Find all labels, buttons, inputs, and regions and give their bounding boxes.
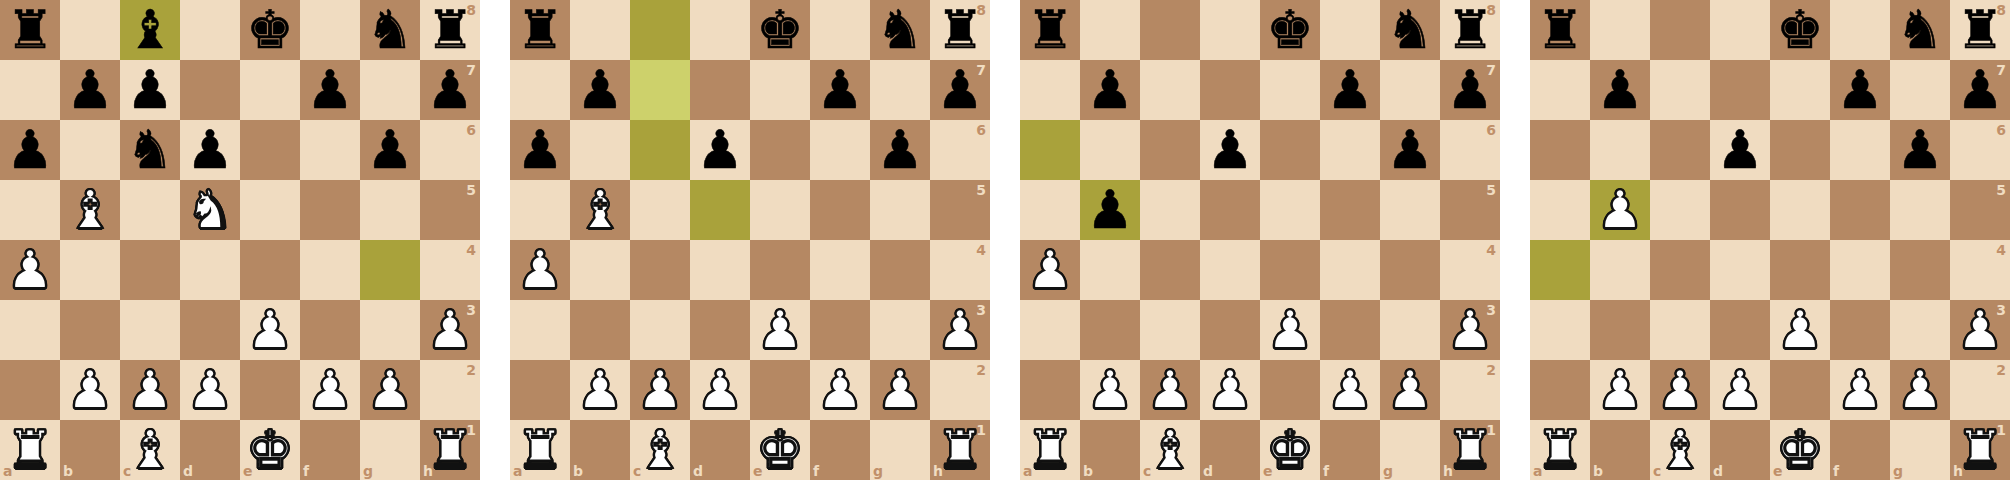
- square-d6[interactable]: ♟: [1710, 120, 1770, 180]
- white-pawn-h3[interactable]: ♟: [1440, 300, 1500, 360]
- square-h4[interactable]: 4: [1950, 240, 2010, 300]
- white-rook-a1[interactable]: ♜: [510, 420, 570, 480]
- square-g3[interactable]: [1890, 300, 1950, 360]
- square-g1[interactable]: g: [360, 420, 420, 480]
- white-rook-h1[interactable]: ♜: [930, 420, 990, 480]
- square-d7[interactable]: [690, 60, 750, 120]
- square-f6[interactable]: [810, 120, 870, 180]
- white-pawn-c2[interactable]: ♟: [630, 360, 690, 420]
- square-c2[interactable]: ♟: [120, 360, 180, 420]
- square-g4[interactable]: [1890, 240, 1950, 300]
- white-rook-a1[interactable]: ♜: [1530, 420, 1590, 480]
- white-rook-h1[interactable]: ♜: [1440, 420, 1500, 480]
- square-c5[interactable]: [1140, 180, 1200, 240]
- white-pawn-g2[interactable]: ♟: [1380, 360, 1440, 420]
- square-h2[interactable]: 2: [420, 360, 480, 420]
- square-e6[interactable]: [1770, 120, 1830, 180]
- square-e4[interactable]: [750, 240, 810, 300]
- square-f8[interactable]: [810, 0, 870, 60]
- black-pawn-g6[interactable]: ♟: [1380, 120, 1440, 180]
- white-pawn-b2[interactable]: ♟: [1590, 360, 1650, 420]
- square-f1[interactable]: f: [810, 420, 870, 480]
- square-g8[interactable]: ♞: [1890, 0, 1950, 60]
- square-c5[interactable]: [630, 180, 690, 240]
- square-d3[interactable]: [690, 300, 750, 360]
- white-king-e1[interactable]: ♚: [1260, 420, 1320, 480]
- square-a7[interactable]: [1530, 60, 1590, 120]
- square-g5[interactable]: [870, 180, 930, 240]
- square-f8[interactable]: [1320, 0, 1380, 60]
- square-h7[interactable]: 7♟: [930, 60, 990, 120]
- black-pawn-f7[interactable]: ♟: [810, 60, 870, 120]
- square-h3[interactable]: 3♟: [1440, 300, 1500, 360]
- square-g8[interactable]: ♞: [360, 0, 420, 60]
- square-d1[interactable]: d: [1710, 420, 1770, 480]
- square-d2[interactable]: ♟: [1710, 360, 1770, 420]
- square-d3[interactable]: [1200, 300, 1260, 360]
- white-pawn-a4[interactable]: ♟: [0, 240, 60, 300]
- black-rook-a8[interactable]: ♜: [510, 0, 570, 60]
- white-pawn-a4[interactable]: ♟: [510, 240, 570, 300]
- square-b5[interactable]: ♟: [1590, 180, 1650, 240]
- square-a7[interactable]: [510, 60, 570, 120]
- black-rook-a8[interactable]: ♜: [1020, 0, 1080, 60]
- square-b6[interactable]: [60, 120, 120, 180]
- square-b2[interactable]: ♟: [570, 360, 630, 420]
- square-b7[interactable]: ♟: [1080, 60, 1140, 120]
- square-c1[interactable]: c♝: [630, 420, 690, 480]
- square-d4[interactable]: [180, 240, 240, 300]
- white-rook-a1[interactable]: ♜: [0, 420, 60, 480]
- black-pawn-b7[interactable]: ♟: [60, 60, 120, 120]
- square-h3[interactable]: 3♟: [930, 300, 990, 360]
- white-pawn-b2[interactable]: ♟: [60, 360, 120, 420]
- square-c6[interactable]: [630, 120, 690, 180]
- square-h7[interactable]: 7♟: [420, 60, 480, 120]
- black-pawn-a6[interactable]: ♟: [0, 120, 60, 180]
- square-f4[interactable]: [300, 240, 360, 300]
- square-h6[interactable]: 6: [420, 120, 480, 180]
- white-pawn-c2[interactable]: ♟: [1140, 360, 1200, 420]
- square-g5[interactable]: [360, 180, 420, 240]
- square-c7[interactable]: [1140, 60, 1200, 120]
- square-f5[interactable]: [1320, 180, 1380, 240]
- white-bishop-b5[interactable]: ♝: [60, 180, 120, 240]
- square-a3[interactable]: [0, 300, 60, 360]
- square-g4[interactable]: [1380, 240, 1440, 300]
- square-f8[interactable]: [300, 0, 360, 60]
- white-pawn-e3[interactable]: ♟: [750, 300, 810, 360]
- square-h6[interactable]: 6: [930, 120, 990, 180]
- square-g3[interactable]: [360, 300, 420, 360]
- square-d7[interactable]: [180, 60, 240, 120]
- square-a6[interactable]: ♟: [510, 120, 570, 180]
- square-h2[interactable]: 2: [1950, 360, 2010, 420]
- black-rook-h8[interactable]: ♜: [930, 0, 990, 60]
- white-pawn-f2[interactable]: ♟: [1830, 360, 1890, 420]
- white-bishop-c1[interactable]: ♝: [1140, 420, 1200, 480]
- white-bishop-b5[interactable]: ♝: [570, 180, 630, 240]
- white-pawn-e3[interactable]: ♟: [1770, 300, 1830, 360]
- square-e1[interactable]: e♚: [1260, 420, 1320, 480]
- square-f1[interactable]: f: [1830, 420, 1890, 480]
- black-pawn-h7[interactable]: ♟: [1950, 60, 2010, 120]
- square-g7[interactable]: [1890, 60, 1950, 120]
- white-bishop-c1[interactable]: ♝: [630, 420, 690, 480]
- square-b5[interactable]: ♝: [60, 180, 120, 240]
- square-g6[interactable]: ♟: [1890, 120, 1950, 180]
- square-f3[interactable]: [1320, 300, 1380, 360]
- square-e4[interactable]: [240, 240, 300, 300]
- square-e5[interactable]: [1260, 180, 1320, 240]
- square-e2[interactable]: [750, 360, 810, 420]
- square-a5[interactable]: [510, 180, 570, 240]
- white-pawn-h3[interactable]: ♟: [1950, 300, 2010, 360]
- square-a2[interactable]: [1020, 360, 1080, 420]
- white-pawn-b2[interactable]: ♟: [1080, 360, 1140, 420]
- square-a6[interactable]: [1530, 120, 1590, 180]
- square-b4[interactable]: [1590, 240, 1650, 300]
- square-d5[interactable]: [1200, 180, 1260, 240]
- square-h1[interactable]: h1♜: [1950, 420, 2010, 480]
- white-pawn-g2[interactable]: ♟: [1890, 360, 1950, 420]
- square-e8[interactable]: ♚: [750, 0, 810, 60]
- square-d2[interactable]: ♟: [180, 360, 240, 420]
- square-d1[interactable]: d: [180, 420, 240, 480]
- square-c4[interactable]: [630, 240, 690, 300]
- square-e8[interactable]: ♚: [1260, 0, 1320, 60]
- black-pawn-b7[interactable]: ♟: [570, 60, 630, 120]
- square-e1[interactable]: e♚: [1770, 420, 1830, 480]
- square-c6[interactable]: [1140, 120, 1200, 180]
- square-b7[interactable]: ♟: [60, 60, 120, 120]
- square-f6[interactable]: [300, 120, 360, 180]
- square-h3[interactable]: 3♟: [1950, 300, 2010, 360]
- square-e2[interactable]: [1260, 360, 1320, 420]
- white-rook-a1[interactable]: ♜: [1020, 420, 1080, 480]
- square-g8[interactable]: ♞: [1380, 0, 1440, 60]
- black-pawn-g6[interactable]: ♟: [1890, 120, 1950, 180]
- square-f2[interactable]: ♟: [1830, 360, 1890, 420]
- square-c6[interactable]: [1650, 120, 1710, 180]
- square-a5[interactable]: [0, 180, 60, 240]
- square-e7[interactable]: [750, 60, 810, 120]
- square-d4[interactable]: [1200, 240, 1260, 300]
- square-b6[interactable]: [1590, 120, 1650, 180]
- square-c8[interactable]: [1650, 0, 1710, 60]
- black-pawn-b5[interactable]: ♟: [1080, 180, 1140, 240]
- square-f8[interactable]: [1830, 0, 1890, 60]
- white-pawn-h3[interactable]: ♟: [930, 300, 990, 360]
- square-h8[interactable]: 8♜: [1950, 0, 2010, 60]
- square-a4[interactable]: ♟: [1020, 240, 1080, 300]
- white-rook-h1[interactable]: ♜: [420, 420, 480, 480]
- square-d1[interactable]: d: [690, 420, 750, 480]
- square-a3[interactable]: [510, 300, 570, 360]
- square-c3[interactable]: [120, 300, 180, 360]
- square-c2[interactable]: ♟: [630, 360, 690, 420]
- square-g8[interactable]: ♞: [870, 0, 930, 60]
- square-h8[interactable]: 8♜: [420, 0, 480, 60]
- square-f3[interactable]: [300, 300, 360, 360]
- white-pawn-b2[interactable]: ♟: [570, 360, 630, 420]
- square-d4[interactable]: [1710, 240, 1770, 300]
- square-f3[interactable]: [810, 300, 870, 360]
- black-rook-h8[interactable]: ♜: [1950, 0, 2010, 60]
- square-c1[interactable]: c♝: [1650, 420, 1710, 480]
- white-pawn-g2[interactable]: ♟: [870, 360, 930, 420]
- black-rook-a8[interactable]: ♜: [1530, 0, 1590, 60]
- square-e6[interactable]: [1260, 120, 1320, 180]
- square-b8[interactable]: [1080, 0, 1140, 60]
- square-h8[interactable]: 8♜: [1440, 0, 1500, 60]
- square-c4[interactable]: [1650, 240, 1710, 300]
- square-b8[interactable]: [570, 0, 630, 60]
- square-h4[interactable]: 4: [1440, 240, 1500, 300]
- square-b2[interactable]: ♟: [1080, 360, 1140, 420]
- square-g7[interactable]: [1380, 60, 1440, 120]
- square-e7[interactable]: [240, 60, 300, 120]
- square-e5[interactable]: [1770, 180, 1830, 240]
- black-pawn-f7[interactable]: ♟: [1320, 60, 1380, 120]
- square-a1[interactable]: a♜: [1530, 420, 1590, 480]
- square-h7[interactable]: 7♟: [1440, 60, 1500, 120]
- square-g7[interactable]: [870, 60, 930, 120]
- square-d5[interactable]: [690, 180, 750, 240]
- square-f7[interactable]: ♟: [1320, 60, 1380, 120]
- square-c5[interactable]: [120, 180, 180, 240]
- white-pawn-d2[interactable]: ♟: [690, 360, 750, 420]
- square-f6[interactable]: [1830, 120, 1890, 180]
- square-e2[interactable]: [1770, 360, 1830, 420]
- square-b6[interactable]: [1080, 120, 1140, 180]
- white-king-e1[interactable]: ♚: [750, 420, 810, 480]
- black-pawn-d6[interactable]: ♟: [1200, 120, 1260, 180]
- square-h4[interactable]: 4: [420, 240, 480, 300]
- square-h2[interactable]: 2: [930, 360, 990, 420]
- square-e8[interactable]: ♚: [240, 0, 300, 60]
- square-f4[interactable]: [1320, 240, 1380, 300]
- square-c7[interactable]: [1650, 60, 1710, 120]
- square-c8[interactable]: ♝: [120, 0, 180, 60]
- square-a2[interactable]: [1530, 360, 1590, 420]
- square-b2[interactable]: ♟: [60, 360, 120, 420]
- black-king-e8[interactable]: ♚: [750, 0, 810, 60]
- black-knight-g8[interactable]: ♞: [1380, 0, 1440, 60]
- black-king-e8[interactable]: ♚: [1770, 0, 1830, 60]
- square-f3[interactable]: [1830, 300, 1890, 360]
- square-g7[interactable]: [360, 60, 420, 120]
- black-pawn-c7[interactable]: ♟: [120, 60, 180, 120]
- square-c3[interactable]: [1140, 300, 1200, 360]
- black-pawn-f7[interactable]: ♟: [1830, 60, 1890, 120]
- square-e6[interactable]: [750, 120, 810, 180]
- white-pawn-c2[interactable]: ♟: [120, 360, 180, 420]
- square-g2[interactable]: ♟: [870, 360, 930, 420]
- square-g1[interactable]: g: [1890, 420, 1950, 480]
- square-f5[interactable]: [300, 180, 360, 240]
- white-rook-h1[interactable]: ♜: [1950, 420, 2010, 480]
- square-c7[interactable]: [630, 60, 690, 120]
- square-f1[interactable]: f: [1320, 420, 1380, 480]
- square-d1[interactable]: d: [1200, 420, 1260, 480]
- square-h6[interactable]: 6: [1440, 120, 1500, 180]
- square-e3[interactable]: ♟: [750, 300, 810, 360]
- square-h5[interactable]: 5: [930, 180, 990, 240]
- square-b3[interactable]: [60, 300, 120, 360]
- square-h8[interactable]: 8♜: [930, 0, 990, 60]
- square-b5[interactable]: ♝: [570, 180, 630, 240]
- white-pawn-g2[interactable]: ♟: [360, 360, 420, 420]
- square-a8[interactable]: ♜: [0, 0, 60, 60]
- square-e7[interactable]: [1770, 60, 1830, 120]
- square-g3[interactable]: [870, 300, 930, 360]
- square-c2[interactable]: ♟: [1140, 360, 1200, 420]
- square-a3[interactable]: [1530, 300, 1590, 360]
- white-bishop-c1[interactable]: ♝: [1650, 420, 1710, 480]
- square-c3[interactable]: [630, 300, 690, 360]
- square-g4[interactable]: [360, 240, 420, 300]
- white-pawn-e3[interactable]: ♟: [1260, 300, 1320, 360]
- square-b3[interactable]: [570, 300, 630, 360]
- square-f6[interactable]: [1320, 120, 1380, 180]
- square-f2[interactable]: ♟: [810, 360, 870, 420]
- square-h5[interactable]: 5: [1440, 180, 1500, 240]
- square-c1[interactable]: c♝: [120, 420, 180, 480]
- black-bishop-c8[interactable]: ♝: [120, 0, 180, 60]
- white-bishop-c1[interactable]: ♝: [120, 420, 180, 480]
- square-e1[interactable]: e♚: [240, 420, 300, 480]
- square-h7[interactable]: 7♟: [1950, 60, 2010, 120]
- square-h1[interactable]: h1♜: [420, 420, 480, 480]
- square-d5[interactable]: [1710, 180, 1770, 240]
- square-g4[interactable]: [870, 240, 930, 300]
- square-b2[interactable]: ♟: [1590, 360, 1650, 420]
- square-g2[interactable]: ♟: [360, 360, 420, 420]
- square-e7[interactable]: [1260, 60, 1320, 120]
- square-g1[interactable]: g: [870, 420, 930, 480]
- square-g5[interactable]: [1380, 180, 1440, 240]
- square-f4[interactable]: [1830, 240, 1890, 300]
- square-a5[interactable]: [1530, 180, 1590, 240]
- square-b7[interactable]: ♟: [1590, 60, 1650, 120]
- square-a6[interactable]: [1020, 120, 1080, 180]
- square-g6[interactable]: ♟: [870, 120, 930, 180]
- square-f2[interactable]: ♟: [1320, 360, 1380, 420]
- square-d7[interactable]: [1200, 60, 1260, 120]
- square-g6[interactable]: ♟: [1380, 120, 1440, 180]
- square-e2[interactable]: [240, 360, 300, 420]
- white-pawn-b5[interactable]: ♟: [1590, 180, 1650, 240]
- square-b1[interactable]: b: [1080, 420, 1140, 480]
- white-pawn-e3[interactable]: ♟: [240, 300, 300, 360]
- square-b1[interactable]: b: [570, 420, 630, 480]
- square-f7[interactable]: ♟: [300, 60, 360, 120]
- square-e4[interactable]: [1260, 240, 1320, 300]
- square-g2[interactable]: ♟: [1890, 360, 1950, 420]
- square-d8[interactable]: [1710, 0, 1770, 60]
- square-h4[interactable]: 4: [930, 240, 990, 300]
- square-d2[interactable]: ♟: [1200, 360, 1260, 420]
- square-e3[interactable]: ♟: [240, 300, 300, 360]
- square-a3[interactable]: [1020, 300, 1080, 360]
- square-c6[interactable]: ♞: [120, 120, 180, 180]
- square-f2[interactable]: ♟: [300, 360, 360, 420]
- square-c2[interactable]: ♟: [1650, 360, 1710, 420]
- square-d6[interactable]: ♟: [690, 120, 750, 180]
- square-e6[interactable]: [240, 120, 300, 180]
- square-c8[interactable]: [1140, 0, 1200, 60]
- square-c4[interactable]: [120, 240, 180, 300]
- square-e8[interactable]: ♚: [1770, 0, 1830, 60]
- white-pawn-f2[interactable]: ♟: [810, 360, 870, 420]
- square-d8[interactable]: [1200, 0, 1260, 60]
- square-a4[interactable]: ♟: [510, 240, 570, 300]
- square-b4[interactable]: [570, 240, 630, 300]
- square-h5[interactable]: 5: [420, 180, 480, 240]
- square-a7[interactable]: [1020, 60, 1080, 120]
- square-d3[interactable]: [1710, 300, 1770, 360]
- square-d7[interactable]: [1710, 60, 1770, 120]
- white-pawn-c2[interactable]: ♟: [1650, 360, 1710, 420]
- square-b5[interactable]: ♟: [1080, 180, 1140, 240]
- black-knight-g8[interactable]: ♞: [1890, 0, 1950, 60]
- white-pawn-a4[interactable]: ♟: [1020, 240, 1080, 300]
- square-h5[interactable]: 5: [1950, 180, 2010, 240]
- square-f7[interactable]: ♟: [810, 60, 870, 120]
- square-b8[interactable]: [1590, 0, 1650, 60]
- square-c3[interactable]: [1650, 300, 1710, 360]
- square-c4[interactable]: [1140, 240, 1200, 300]
- black-pawn-g6[interactable]: ♟: [360, 120, 420, 180]
- square-b1[interactable]: b: [60, 420, 120, 480]
- white-pawn-d2[interactable]: ♟: [180, 360, 240, 420]
- square-f5[interactable]: [1830, 180, 1890, 240]
- white-pawn-f2[interactable]: ♟: [1320, 360, 1380, 420]
- white-pawn-h3[interactable]: ♟: [420, 300, 480, 360]
- square-e5[interactable]: [240, 180, 300, 240]
- square-g5[interactable]: [1890, 180, 1950, 240]
- square-b4[interactable]: [1080, 240, 1140, 300]
- square-a1[interactable]: a♜: [1020, 420, 1080, 480]
- square-b6[interactable]: [570, 120, 630, 180]
- black-knight-c6[interactable]: ♞: [120, 120, 180, 180]
- square-a8[interactable]: ♜: [1530, 0, 1590, 60]
- black-pawn-g6[interactable]: ♟: [870, 120, 930, 180]
- square-c8[interactable]: [630, 0, 690, 60]
- square-h1[interactable]: h1♜: [1440, 420, 1500, 480]
- square-b1[interactable]: b: [1590, 420, 1650, 480]
- square-b7[interactable]: ♟: [570, 60, 630, 120]
- white-pawn-d2[interactable]: ♟: [1200, 360, 1260, 420]
- square-e4[interactable]: [1770, 240, 1830, 300]
- square-c5[interactable]: [1650, 180, 1710, 240]
- square-a7[interactable]: [0, 60, 60, 120]
- white-pawn-f2[interactable]: ♟: [300, 360, 360, 420]
- square-b4[interactable]: [60, 240, 120, 300]
- white-knight-d5[interactable]: ♞: [180, 180, 240, 240]
- white-king-e1[interactable]: ♚: [240, 420, 300, 480]
- square-b3[interactable]: [1590, 300, 1650, 360]
- square-a2[interactable]: [510, 360, 570, 420]
- square-b3[interactable]: [1080, 300, 1140, 360]
- black-pawn-a6[interactable]: ♟: [510, 120, 570, 180]
- square-h6[interactable]: 6: [1950, 120, 2010, 180]
- square-g3[interactable]: [1380, 300, 1440, 360]
- black-pawn-b7[interactable]: ♟: [1080, 60, 1140, 120]
- square-h3[interactable]: 3♟: [420, 300, 480, 360]
- black-pawn-f7[interactable]: ♟: [300, 60, 360, 120]
